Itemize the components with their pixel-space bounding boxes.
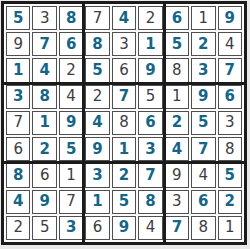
cell-r3c3[interactable]: 2 [59, 58, 83, 82]
cell-r6c1[interactable]: 6 [6, 137, 30, 161]
cell-r5c2[interactable]: 1 [32, 111, 56, 135]
cell-r2c7[interactable]: 5 [165, 32, 189, 56]
cell-r3c8[interactable]: 3 [191, 58, 215, 82]
cell-r8c9[interactable]: 2 [218, 190, 242, 214]
cell-r2c2[interactable]: 7 [32, 32, 56, 56]
cell-r1c6[interactable]: 2 [138, 6, 162, 30]
cell-r6c8[interactable]: 7 [191, 137, 215, 161]
cell-r2c8[interactable]: 2 [191, 32, 215, 56]
cell-r7c3[interactable]: 1 [59, 163, 83, 187]
sudoku-board: 5387426199768315241425698373842751967194… [1, 1, 247, 245]
cell-r1c2[interactable]: 3 [32, 6, 56, 30]
cell-r1c3[interactable]: 8 [59, 6, 83, 30]
cell-r8c1[interactable]: 4 [6, 190, 30, 214]
cell-r4c2[interactable]: 8 [32, 85, 56, 109]
sudoku-page: 5387426199768315241425698373842751967194… [0, 0, 250, 249]
cell-r4c9[interactable]: 6 [218, 85, 242, 109]
cell-r9c3[interactable]: 3 [59, 216, 83, 240]
sudoku-grid: 5387426199768315241425698373842751967194… [6, 6, 242, 240]
cell-r4c8[interactable]: 9 [191, 85, 215, 109]
cell-r5c8[interactable]: 5 [191, 111, 215, 135]
cell-r1c1[interactable]: 5 [6, 6, 30, 30]
cell-r9c1[interactable]: 2 [6, 216, 30, 240]
cell-r2c9[interactable]: 4 [218, 32, 242, 56]
cell-r3c9[interactable]: 7 [218, 58, 242, 82]
cell-r7c8[interactable]: 4 [191, 163, 215, 187]
cell-r5c9[interactable]: 3 [218, 111, 242, 135]
cell-r4c5[interactable]: 7 [112, 85, 136, 109]
cell-r2c1[interactable]: 9 [6, 32, 30, 56]
cell-r6c7[interactable]: 4 [165, 137, 189, 161]
cell-r4c3[interactable]: 4 [59, 85, 83, 109]
cell-r8c2[interactable]: 9 [32, 190, 56, 214]
cell-r5c1[interactable]: 7 [6, 111, 30, 135]
cell-r5c5[interactable]: 8 [112, 111, 136, 135]
cell-r7c7[interactable]: 9 [165, 163, 189, 187]
cell-r7c5[interactable]: 2 [112, 163, 136, 187]
cell-r5c6[interactable]: 6 [138, 111, 162, 135]
cell-r1c9[interactable]: 9 [218, 6, 242, 30]
cell-r9c5[interactable]: 9 [112, 216, 136, 240]
cell-r9c7[interactable]: 7 [165, 216, 189, 240]
cell-r7c2[interactable]: 6 [32, 163, 56, 187]
cell-r8c3[interactable]: 7 [59, 190, 83, 214]
cell-r3c7[interactable]: 8 [165, 58, 189, 82]
cell-r8c6[interactable]: 8 [138, 190, 162, 214]
cell-r6c9[interactable]: 8 [218, 137, 242, 161]
cell-r1c8[interactable]: 1 [191, 6, 215, 30]
cell-r6c4[interactable]: 9 [85, 137, 109, 161]
cell-r8c5[interactable]: 5 [112, 190, 136, 214]
cell-r4c6[interactable]: 5 [138, 85, 162, 109]
cell-r8c8[interactable]: 6 [191, 190, 215, 214]
cell-r3c4[interactable]: 5 [85, 58, 109, 82]
cell-r7c4[interactable]: 3 [85, 163, 109, 187]
cell-r6c5[interactable]: 1 [112, 137, 136, 161]
cell-r9c4[interactable]: 6 [85, 216, 109, 240]
cell-r3c1[interactable]: 1 [6, 58, 30, 82]
cell-r3c6[interactable]: 9 [138, 58, 162, 82]
cell-r8c7[interactable]: 3 [165, 190, 189, 214]
cell-r5c3[interactable]: 9 [59, 111, 83, 135]
cell-r6c3[interactable]: 5 [59, 137, 83, 161]
cell-r4c1[interactable]: 3 [6, 85, 30, 109]
cell-r9c8[interactable]: 8 [191, 216, 215, 240]
cell-r2c6[interactable]: 1 [138, 32, 162, 56]
cell-r1c7[interactable]: 6 [165, 6, 189, 30]
cell-r4c4[interactable]: 2 [85, 85, 109, 109]
cell-r4c7[interactable]: 1 [165, 85, 189, 109]
cell-r7c9[interactable]: 5 [218, 163, 242, 187]
cell-r6c6[interactable]: 3 [138, 137, 162, 161]
cell-r9c6[interactable]: 4 [138, 216, 162, 240]
cell-r7c6[interactable]: 7 [138, 163, 162, 187]
cell-r2c4[interactable]: 8 [85, 32, 109, 56]
cell-r7c1[interactable]: 8 [6, 163, 30, 187]
cell-r3c5[interactable]: 6 [112, 58, 136, 82]
cell-r9c2[interactable]: 5 [32, 216, 56, 240]
cell-r2c5[interactable]: 3 [112, 32, 136, 56]
cell-r3c2[interactable]: 4 [32, 58, 56, 82]
cell-r5c4[interactable]: 4 [85, 111, 109, 135]
cell-r5c7[interactable]: 2 [165, 111, 189, 135]
cell-r6c2[interactable]: 2 [32, 137, 56, 161]
cell-r1c5[interactable]: 4 [112, 6, 136, 30]
cell-r8c4[interactable]: 1 [85, 190, 109, 214]
cell-r2c3[interactable]: 6 [59, 32, 83, 56]
cell-r9c9[interactable]: 1 [218, 216, 242, 240]
cell-r1c4[interactable]: 7 [85, 6, 109, 30]
